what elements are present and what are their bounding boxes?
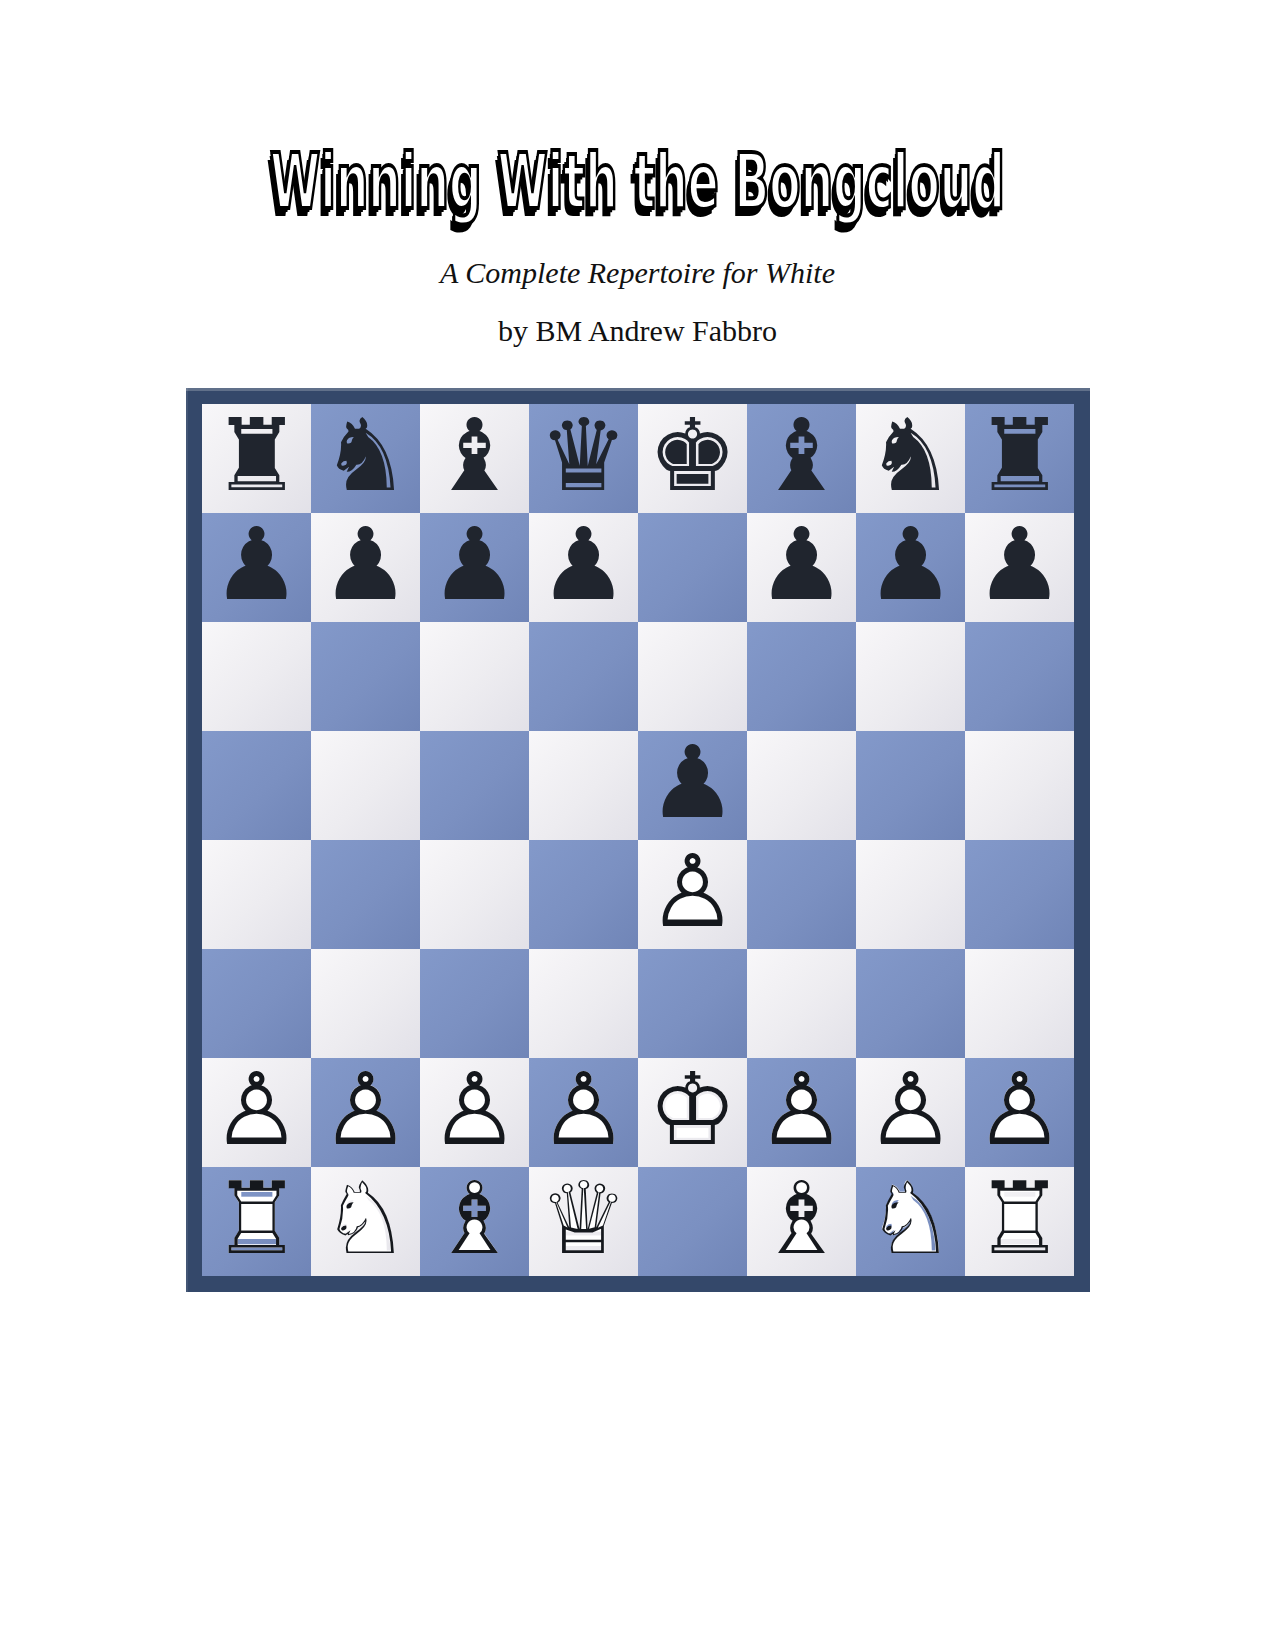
- square-b2: ♟♙: [311, 1058, 420, 1167]
- piece-white-bishop: ♝♗: [420, 1167, 529, 1276]
- square-e4: ♟♙: [638, 840, 747, 949]
- piece-fill-layer: ♜: [965, 404, 1074, 513]
- piece-black-pawn: ♟: [420, 513, 529, 622]
- piece-black-knight: ♞: [856, 404, 965, 513]
- piece-fill-layer: ♞: [311, 404, 420, 513]
- square-f8: ♝: [747, 404, 856, 513]
- square-h5: [965, 731, 1074, 840]
- piece-black-pawn: ♟: [529, 513, 638, 622]
- square-a1: ♜♖: [202, 1167, 311, 1276]
- piece-black-bishop: ♝: [747, 404, 856, 513]
- square-a7: ♟: [202, 513, 311, 622]
- piece-white-king: ♚♔: [638, 1058, 747, 1167]
- piece-fill-layer: ♟: [420, 513, 529, 622]
- piece-black-rook: ♜: [965, 404, 1074, 513]
- book-subtitle: A Complete Repertoire for White: [0, 256, 1275, 290]
- piece-outline-layer: ♘: [311, 1167, 420, 1276]
- piece-black-bishop: ♝: [420, 404, 529, 513]
- piece-outline-layer: ♙: [747, 1058, 856, 1167]
- square-c1: ♝♗: [420, 1167, 529, 1276]
- square-g8: ♞: [856, 404, 965, 513]
- square-e5: ♟: [638, 731, 747, 840]
- piece-fill-layer: ♟: [529, 513, 638, 622]
- square-h6: [965, 622, 1074, 731]
- square-a5: [202, 731, 311, 840]
- piece-black-queen: ♛: [529, 404, 638, 513]
- square-h4: [965, 840, 1074, 949]
- square-f2: ♟♙: [747, 1058, 856, 1167]
- square-f3: [747, 949, 856, 1058]
- square-c8: ♝: [420, 404, 529, 513]
- square-c2: ♟♙: [420, 1058, 529, 1167]
- piece-outline-layer: ♖: [202, 1167, 311, 1276]
- square-f4: [747, 840, 856, 949]
- piece-outline-layer: ♗: [747, 1167, 856, 1276]
- book-title-text: Winning With the Bongcloud: [270, 142, 1005, 222]
- piece-outline-layer: ♙: [638, 840, 747, 949]
- piece-fill-layer: ♝: [420, 404, 529, 513]
- square-b3: [311, 949, 420, 1058]
- piece-black-rook: ♜: [202, 404, 311, 513]
- piece-white-bishop: ♝♗: [747, 1167, 856, 1276]
- square-h1: ♜♖: [965, 1167, 1074, 1276]
- square-d8: ♛: [529, 404, 638, 513]
- book-byline: by BM Andrew Fabbro: [0, 314, 1275, 348]
- square-g7: ♟: [856, 513, 965, 622]
- square-d1: ♛♕: [529, 1167, 638, 1276]
- piece-white-pawn: ♟♙: [202, 1058, 311, 1167]
- square-e7: [638, 513, 747, 622]
- square-d5: [529, 731, 638, 840]
- square-d3: [529, 949, 638, 1058]
- square-f7: ♟: [747, 513, 856, 622]
- piece-outline-layer: ♙: [529, 1058, 638, 1167]
- square-d6: [529, 622, 638, 731]
- piece-outline-layer: ♙: [202, 1058, 311, 1167]
- piece-black-pawn: ♟: [747, 513, 856, 622]
- piece-fill-layer: ♜: [202, 404, 311, 513]
- piece-black-pawn: ♟: [965, 513, 1074, 622]
- square-e3: [638, 949, 747, 1058]
- piece-fill-layer: ♝: [747, 404, 856, 513]
- piece-outline-layer: ♔: [638, 1058, 747, 1167]
- piece-white-pawn: ♟♙: [856, 1058, 965, 1167]
- square-e1: [638, 1167, 747, 1276]
- piece-outline-layer: ♘: [856, 1167, 965, 1276]
- piece-fill-layer: ♞: [856, 404, 965, 513]
- square-h8: ♜: [965, 404, 1074, 513]
- square-g5: [856, 731, 965, 840]
- piece-fill-layer: ♟: [638, 731, 747, 840]
- piece-outline-layer: ♕: [529, 1167, 638, 1276]
- piece-fill-layer: ♟: [965, 513, 1074, 622]
- square-g1: ♞♘: [856, 1167, 965, 1276]
- square-g3: [856, 949, 965, 1058]
- square-a2: ♟♙: [202, 1058, 311, 1167]
- square-g6: [856, 622, 965, 731]
- book-title: Winning With the Bongcloud: [0, 142, 1275, 222]
- square-a8: ♜: [202, 404, 311, 513]
- square-b1: ♞♘: [311, 1167, 420, 1276]
- piece-fill-layer: ♚: [638, 404, 747, 513]
- square-c4: [420, 840, 529, 949]
- piece-fill-layer: ♟: [202, 513, 311, 622]
- square-h7: ♟: [965, 513, 1074, 622]
- piece-white-pawn: ♟♙: [965, 1058, 1074, 1167]
- piece-outline-layer: ♗: [420, 1167, 529, 1276]
- piece-black-pawn: ♟: [202, 513, 311, 622]
- square-e6: [638, 622, 747, 731]
- piece-black-pawn: ♟: [638, 731, 747, 840]
- square-c6: [420, 622, 529, 731]
- piece-outline-layer: ♙: [311, 1058, 420, 1167]
- piece-fill-layer: ♟: [311, 513, 420, 622]
- square-a3: [202, 949, 311, 1058]
- square-e2: ♚♔: [638, 1058, 747, 1167]
- square-d7: ♟: [529, 513, 638, 622]
- square-f5: [747, 731, 856, 840]
- square-b6: [311, 622, 420, 731]
- piece-black-pawn: ♟: [311, 513, 420, 622]
- piece-outline-layer: ♙: [965, 1058, 1074, 1167]
- square-e8: ♚: [638, 404, 747, 513]
- piece-fill-layer: ♛: [529, 404, 638, 513]
- square-f1: ♝♗: [747, 1167, 856, 1276]
- piece-white-rook: ♜♖: [965, 1167, 1074, 1276]
- square-h2: ♟♙: [965, 1058, 1074, 1167]
- piece-outline-layer: ♖: [965, 1167, 1074, 1276]
- chess-board: ♜♞♝♛♚♝♞♜♟♟♟♟♟♟♟♟♟♙♟♙♟♙♟♙♟♙♚♔♟♙♟♙♟♙♜♖♞♘♝♗…: [202, 404, 1074, 1276]
- square-g2: ♟♙: [856, 1058, 965, 1167]
- square-d4: [529, 840, 638, 949]
- piece-white-knight: ♞♘: [856, 1167, 965, 1276]
- square-b5: [311, 731, 420, 840]
- piece-fill-layer: ♟: [856, 513, 965, 622]
- piece-outline-layer: ♙: [420, 1058, 529, 1167]
- square-f6: [747, 622, 856, 731]
- square-b7: ♟: [311, 513, 420, 622]
- square-h3: [965, 949, 1074, 1058]
- piece-white-pawn: ♟♙: [638, 840, 747, 949]
- piece-outline-layer: ♙: [856, 1058, 965, 1167]
- piece-black-pawn: ♟: [856, 513, 965, 622]
- piece-fill-layer: ♟: [747, 513, 856, 622]
- square-c3: [420, 949, 529, 1058]
- square-c7: ♟: [420, 513, 529, 622]
- square-b4: [311, 840, 420, 949]
- square-g4: [856, 840, 965, 949]
- piece-white-pawn: ♟♙: [747, 1058, 856, 1167]
- piece-white-rook: ♜♖: [202, 1167, 311, 1276]
- piece-white-pawn: ♟♙: [311, 1058, 420, 1167]
- piece-white-queen: ♛♕: [529, 1167, 638, 1276]
- piece-white-knight: ♞♘: [311, 1167, 420, 1276]
- piece-white-pawn: ♟♙: [420, 1058, 529, 1167]
- chess-board-frame: ♜♞♝♛♚♝♞♜♟♟♟♟♟♟♟♟♟♙♟♙♟♙♟♙♟♙♚♔♟♙♟♙♟♙♜♖♞♘♝♗…: [186, 388, 1090, 1292]
- square-a6: [202, 622, 311, 731]
- square-b8: ♞: [311, 404, 420, 513]
- piece-black-knight: ♞: [311, 404, 420, 513]
- square-a4: [202, 840, 311, 949]
- piece-white-pawn: ♟♙: [529, 1058, 638, 1167]
- square-d2: ♟♙: [529, 1058, 638, 1167]
- piece-black-king: ♚: [638, 404, 747, 513]
- square-c5: [420, 731, 529, 840]
